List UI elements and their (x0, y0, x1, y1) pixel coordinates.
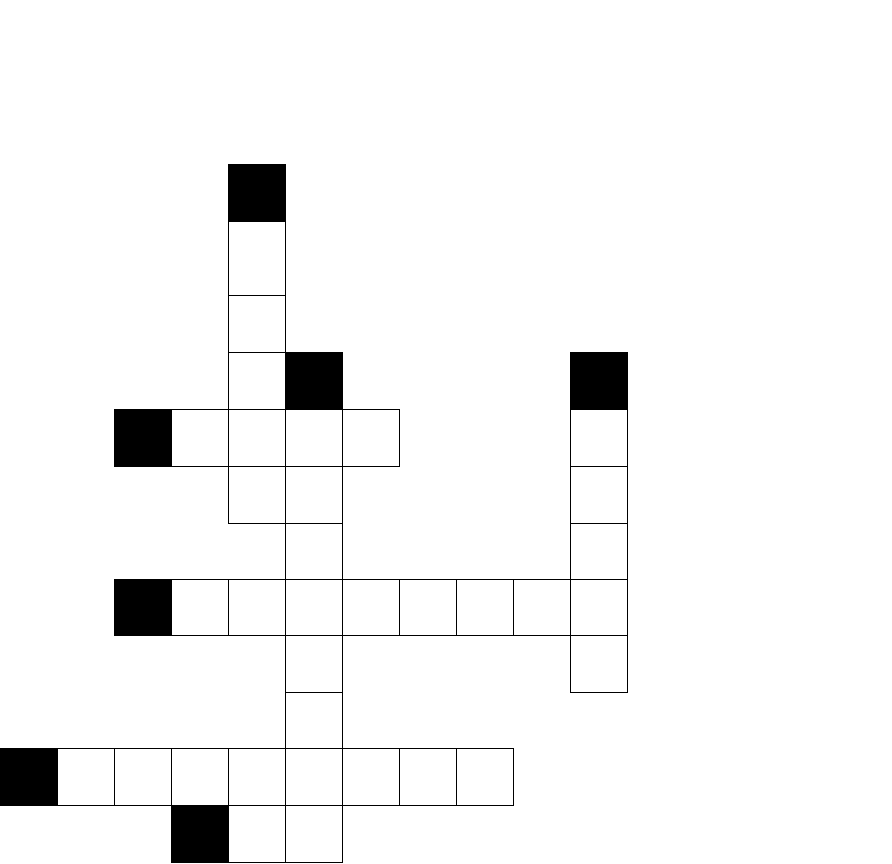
puzzle-page (0, 0, 892, 864)
white-cell-r11c5[interactable] (285, 805, 343, 863)
white-cell-r10c6[interactable] (342, 748, 400, 806)
white-cell-r4c10[interactable] (570, 409, 628, 467)
black-cell-r3c10 (570, 352, 628, 410)
white-cell-r9c5[interactable] (285, 692, 343, 749)
black-cell-r11c3 (171, 805, 229, 863)
white-cell-r5c4[interactable] (228, 466, 286, 524)
white-cell-r4c5[interactable] (285, 409, 343, 467)
black-cell-r7c2 (114, 579, 172, 636)
white-cell-r10c8[interactable] (456, 748, 514, 806)
black-cell-r0c4 (228, 164, 286, 222)
white-cell-r10c5[interactable] (285, 748, 343, 806)
white-cell-r1c4[interactable] (228, 221, 286, 296)
white-cell-r7c4[interactable] (228, 579, 286, 636)
white-cell-r10c4[interactable] (228, 748, 286, 806)
crossword-board (0, 0, 892, 864)
white-cell-r2c4[interactable] (228, 295, 286, 353)
white-cell-r4c3[interactable] (171, 409, 229, 467)
white-cell-r11c4[interactable] (228, 805, 286, 863)
black-cell-r3c5 (285, 352, 343, 410)
white-cell-r5c5[interactable] (285, 466, 343, 524)
white-cell-r5c10[interactable] (570, 466, 628, 524)
white-cell-r8c5[interactable] (285, 635, 343, 693)
white-cell-r4c6[interactable] (342, 409, 400, 467)
white-cell-r7c9[interactable] (513, 579, 571, 636)
white-cell-r10c7[interactable] (399, 748, 457, 806)
black-cell-r4c2 (114, 409, 172, 467)
white-cell-r6c5[interactable] (285, 523, 343, 580)
white-cell-r6c10[interactable] (570, 523, 628, 580)
white-cell-r3c4[interactable] (228, 352, 286, 410)
white-cell-r10c1[interactable] (57, 748, 115, 806)
white-cell-r7c5[interactable] (285, 579, 343, 636)
white-cell-r8c10[interactable] (570, 635, 628, 693)
white-cell-r7c8[interactable] (456, 579, 514, 636)
white-cell-r10c2[interactable] (114, 748, 172, 806)
white-cell-r7c6[interactable] (342, 579, 400, 636)
white-cell-r7c7[interactable] (399, 579, 457, 636)
white-cell-r7c3[interactable] (171, 579, 229, 636)
white-cell-r4c4[interactable] (228, 409, 286, 467)
white-cell-r7c10[interactable] (570, 579, 628, 636)
black-cell-r10c0 (0, 748, 58, 806)
white-cell-r10c3[interactable] (171, 748, 229, 806)
